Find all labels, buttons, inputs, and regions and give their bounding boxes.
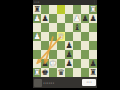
square-b1[interactable]: ♚ xyxy=(41,68,49,77)
square-a4[interactable] xyxy=(33,41,41,50)
piece-black-king-b1[interactable]: ♚ xyxy=(41,68,49,77)
piece-black-pawn-b2[interactable]: ♟ xyxy=(41,59,49,68)
square-g6[interactable] xyxy=(81,23,89,32)
clock-time: ∙∙∙ xyxy=(86,81,92,84)
piece-black-pawn-e4[interactable]: ♟ xyxy=(65,41,73,50)
square-h3[interactable] xyxy=(89,50,97,59)
piece-white-queen-d5[interactable]: ♛ xyxy=(57,32,65,41)
square-d6[interactable] xyxy=(57,23,65,32)
square-f3[interactable] xyxy=(73,50,81,59)
chess-board[interactable]: ♜♜♟♟♟♟♟♝♟♛♟♟♟♚♟♟♜♚♛♜ xyxy=(33,5,97,77)
square-h7[interactable]: ♟ xyxy=(89,14,97,23)
square-e7[interactable] xyxy=(65,14,73,23)
square-b3[interactable] xyxy=(41,50,49,59)
piece-black-queen-d1[interactable]: ♛ xyxy=(57,68,65,77)
square-b6[interactable] xyxy=(41,23,49,32)
piece-black-pawn-e3[interactable]: ♟ xyxy=(65,50,73,59)
square-a2[interactable] xyxy=(33,59,41,68)
square-f7[interactable]: ♟ xyxy=(73,14,81,23)
square-g3[interactable] xyxy=(81,50,89,59)
player-bar: ∙∙∙∙∙∙ ∙∙∙ xyxy=(33,77,97,88)
piece-white-pawn-a7[interactable]: ♟ xyxy=(33,14,41,23)
app-screen: ∙∙∙ ⋮ ♜♜♟♟♟♟♟♝♟♛♟♟♟♚♟♟♜♚♛♜ ∙∙∙∙∙∙ ∙∙∙ xyxy=(33,0,97,88)
video-frame: ∙∙∙ ⋮ ♜♜♟♟♟♟♟♝♟♛♟♟♟♚♟♟♜♚♛♜ ∙∙∙∙∙∙ ∙∙∙ xyxy=(0,0,120,90)
square-c2[interactable]: ♚ xyxy=(49,59,57,68)
square-b5[interactable] xyxy=(41,32,49,41)
square-d3[interactable] xyxy=(57,50,65,59)
square-b7[interactable]: ♟ xyxy=(41,14,49,23)
square-c7[interactable] xyxy=(49,14,57,23)
square-a6[interactable] xyxy=(33,23,41,32)
square-a1[interactable]: ♜ xyxy=(33,68,41,77)
piece-white-rook-h8[interactable]: ♜ xyxy=(89,5,97,14)
square-a8[interactable]: ♜ xyxy=(33,5,41,14)
square-h4[interactable] xyxy=(89,41,97,50)
piece-white-king-c2[interactable]: ♚ xyxy=(49,59,57,68)
square-b2[interactable]: ♟ xyxy=(41,59,49,68)
square-f6[interactable]: ♝ xyxy=(73,23,81,32)
piece-black-pawn-b7[interactable]: ♟ xyxy=(41,14,49,23)
square-e3[interactable]: ♟ xyxy=(65,50,73,59)
square-d8[interactable] xyxy=(57,5,65,14)
square-f2[interactable] xyxy=(73,59,81,68)
piece-white-pawn-f7[interactable]: ♟ xyxy=(73,14,81,23)
square-b4[interactable] xyxy=(41,41,49,50)
square-f8[interactable] xyxy=(73,5,81,14)
piece-black-pawn-e2[interactable]: ♟ xyxy=(65,59,73,68)
square-h6[interactable] xyxy=(89,23,97,32)
square-e4[interactable]: ♟ xyxy=(65,41,73,50)
square-c4[interactable] xyxy=(49,41,57,50)
square-e8[interactable] xyxy=(65,5,73,14)
square-e5[interactable] xyxy=(65,32,73,41)
square-a7[interactable]: ♟ xyxy=(33,14,41,23)
piece-black-pawn-g7[interactable]: ♟ xyxy=(81,14,89,23)
piece-black-pawn-h7[interactable]: ♟ xyxy=(89,14,97,23)
square-g4[interactable] xyxy=(81,41,89,50)
square-g7[interactable]: ♟ xyxy=(81,14,89,23)
square-d4[interactable] xyxy=(57,41,65,50)
square-g5[interactable] xyxy=(81,32,89,41)
square-f1[interactable] xyxy=(73,68,81,77)
square-g2[interactable] xyxy=(81,59,89,68)
square-c5[interactable] xyxy=(49,32,57,41)
square-h1[interactable]: ♜ xyxy=(89,68,97,77)
square-h5[interactable] xyxy=(89,32,97,41)
square-c1[interactable] xyxy=(49,68,57,77)
square-g8[interactable] xyxy=(81,5,89,14)
player-avatar[interactable] xyxy=(34,79,42,87)
square-e1[interactable] xyxy=(65,68,73,77)
square-d7[interactable] xyxy=(57,14,65,23)
piece-white-pawn-a5[interactable]: ♟ xyxy=(33,32,41,41)
square-a5[interactable]: ♟ xyxy=(33,32,41,41)
square-b8[interactable] xyxy=(41,5,49,14)
square-f5[interactable] xyxy=(73,32,81,41)
status-left-glyphs: ∙∙∙ xyxy=(34,1,40,4)
square-d1[interactable]: ♛ xyxy=(57,68,65,77)
piece-black-pawn-h2[interactable]: ♟ xyxy=(89,59,97,68)
square-c8[interactable] xyxy=(49,5,57,14)
square-c3[interactable] xyxy=(49,50,57,59)
square-d2[interactable] xyxy=(57,59,65,68)
square-h2[interactable]: ♟ xyxy=(89,59,97,68)
overflow-menu-icon[interactable]: ⋮ xyxy=(93,1,96,4)
square-a3[interactable] xyxy=(33,50,41,59)
piece-white-rook-a1[interactable]: ♜ xyxy=(33,68,41,77)
square-h8[interactable]: ♜ xyxy=(89,5,97,14)
player-clock: ∙∙∙ xyxy=(82,79,96,86)
square-d5[interactable]: ♛ xyxy=(57,32,65,41)
square-c6[interactable] xyxy=(49,23,57,32)
piece-black-rook-h1[interactable]: ♜ xyxy=(89,68,97,77)
square-g1[interactable] xyxy=(81,68,89,77)
square-f4[interactable] xyxy=(73,41,81,50)
square-e2[interactable]: ♟ xyxy=(65,59,73,68)
piece-black-rook-a8[interactable]: ♜ xyxy=(33,5,41,14)
piece-black-bishop-f6[interactable]: ♝ xyxy=(73,23,81,32)
player-name: ∙∙∙∙∙∙ xyxy=(43,81,81,85)
square-e6[interactable] xyxy=(65,23,73,32)
